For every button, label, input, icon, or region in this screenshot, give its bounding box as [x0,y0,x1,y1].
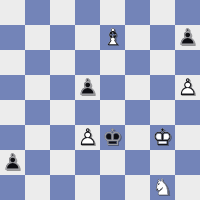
square-e7[interactable]: ♝♗ [100,25,125,50]
square-c2[interactable] [50,150,75,175]
square-b1[interactable] [25,175,50,200]
square-a8[interactable] [0,0,25,25]
square-g7[interactable] [150,25,175,50]
black-king-e3[interactable]: ♚♔ [100,125,125,150]
white-pawn-d3[interactable]: ♟♙ [75,125,100,150]
square-h2[interactable] [175,150,200,175]
square-e3[interactable]: ♚♔ [100,125,125,150]
square-g8[interactable] [150,0,175,25]
square-g5[interactable] [150,75,175,100]
square-h6[interactable] [175,50,200,75]
square-h8[interactable] [175,0,200,25]
square-c6[interactable] [50,50,75,75]
square-a2[interactable]: ♟♙ [0,150,25,175]
black-pawn-d5[interactable]: ♟♙ [75,75,100,100]
square-e6[interactable] [100,50,125,75]
knight-outline-icon: ♘ [150,176,175,199]
square-f6[interactable] [125,50,150,75]
square-a6[interactable] [0,50,25,75]
square-c4[interactable] [50,100,75,125]
square-f2[interactable] [125,150,150,175]
square-a7[interactable] [0,25,25,50]
square-b8[interactable] [25,0,50,25]
white-bishop-e7[interactable]: ♝♗ [100,25,125,50]
square-g2[interactable] [150,150,175,175]
square-e8[interactable] [100,0,125,25]
square-e2[interactable] [100,150,125,175]
square-c5[interactable] [50,75,75,100]
pawn-outline-icon: ♙ [75,126,100,149]
square-h4[interactable] [175,100,200,125]
white-knight-g1[interactable]: ♞♘ [150,175,175,200]
square-e4[interactable] [100,100,125,125]
pawn-outline-icon: ♙ [75,76,100,99]
square-d1[interactable] [75,175,100,200]
king-outline-icon: ♔ [100,126,125,149]
square-d6[interactable] [75,50,100,75]
square-g6[interactable] [150,50,175,75]
square-d4[interactable] [75,100,100,125]
square-g4[interactable] [150,100,175,125]
square-e5[interactable] [100,75,125,100]
white-pawn-h5[interactable]: ♟♙ [175,75,200,100]
square-d3[interactable]: ♟♙ [75,125,100,150]
square-h7[interactable]: ♟♙ [175,25,200,50]
black-pawn-a2[interactable]: ♟♙ [0,150,25,175]
square-g1[interactable]: ♞♘ [150,175,175,200]
square-f1[interactable] [125,175,150,200]
square-b5[interactable] [25,75,50,100]
square-a1[interactable] [0,175,25,200]
black-pawn-h7[interactable]: ♟♙ [175,25,200,50]
square-g3[interactable]: ♚♔ [150,125,175,150]
square-f7[interactable] [125,25,150,50]
square-c7[interactable] [50,25,75,50]
square-a5[interactable] [0,75,25,100]
white-king-g3[interactable]: ♚♔ [150,125,175,150]
square-d2[interactable] [75,150,100,175]
king-outline-icon: ♔ [150,126,175,149]
square-b7[interactable] [25,25,50,50]
square-a4[interactable] [0,100,25,125]
square-b3[interactable] [25,125,50,150]
square-d7[interactable] [75,25,100,50]
square-f3[interactable] [125,125,150,150]
square-d8[interactable] [75,0,100,25]
square-h3[interactable] [175,125,200,150]
square-e1[interactable] [100,175,125,200]
square-h5[interactable]: ♟♙ [175,75,200,100]
pawn-outline-icon: ♙ [0,151,25,174]
square-h1[interactable] [175,175,200,200]
pawn-outline-icon: ♙ [175,26,200,49]
square-f5[interactable] [125,75,150,100]
square-f8[interactable] [125,0,150,25]
pawn-outline-icon: ♙ [175,76,200,99]
square-c1[interactable] [50,175,75,200]
bishop-outline-icon: ♗ [100,26,125,49]
chess-board: ♝♗♟♙♟♙♟♙♟♙♚♔♚♔♟♙♞♘ [0,0,200,200]
square-a3[interactable] [0,125,25,150]
square-b4[interactable] [25,100,50,125]
square-d5[interactable]: ♟♙ [75,75,100,100]
square-b6[interactable] [25,50,50,75]
square-b2[interactable] [25,150,50,175]
square-c3[interactable] [50,125,75,150]
square-f4[interactable] [125,100,150,125]
square-c8[interactable] [50,0,75,25]
